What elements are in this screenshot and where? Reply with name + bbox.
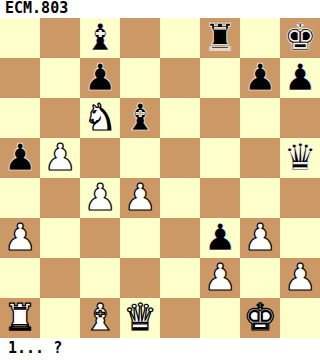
square-e4[interactable]: [160, 178, 200, 218]
square-f8[interactable]: ♜: [200, 18, 240, 58]
square-e1[interactable]: [160, 298, 200, 338]
square-f1[interactable]: [200, 298, 240, 338]
square-c3[interactable]: [80, 218, 120, 258]
square-c5[interactable]: [80, 138, 120, 178]
square-e6[interactable]: [160, 98, 200, 138]
square-g5[interactable]: [240, 138, 280, 178]
square-f5[interactable]: [200, 138, 240, 178]
square-h2[interactable]: ♟: [280, 258, 320, 298]
black-queen-h5: ♛: [283, 138, 316, 178]
square-b7[interactable]: [40, 58, 80, 98]
black-rook-f8: ♜: [203, 18, 236, 58]
square-f6[interactable]: [200, 98, 240, 138]
square-h3[interactable]: [280, 218, 320, 258]
black-pawn-c7: ♟: [83, 58, 116, 98]
square-a6[interactable]: [0, 98, 40, 138]
square-h5[interactable]: ♛: [280, 138, 320, 178]
square-b3[interactable]: [40, 218, 80, 258]
black-king-h8: ♚: [283, 18, 316, 58]
square-a3[interactable]: ♟: [0, 218, 40, 258]
white-queen-d1: ♛: [123, 298, 156, 338]
white-king-g1: ♚: [243, 298, 276, 338]
square-d4[interactable]: ♟: [120, 178, 160, 218]
square-d8[interactable]: [120, 18, 160, 58]
square-f2[interactable]: ♟: [200, 258, 240, 298]
white-knight-c6: ♞: [83, 98, 116, 138]
square-h7[interactable]: ♟: [280, 58, 320, 98]
puzzle-title: ECM.803: [0, 0, 320, 18]
square-d3[interactable]: [120, 218, 160, 258]
square-f4[interactable]: [200, 178, 240, 218]
square-h1[interactable]: [280, 298, 320, 338]
white-rook-a1: ♜: [3, 298, 36, 338]
square-g7[interactable]: ♟: [240, 58, 280, 98]
black-pawn-h7: ♟: [283, 58, 316, 98]
white-pawn-d4: ♟: [123, 178, 156, 218]
square-d6[interactable]: ♝: [120, 98, 160, 138]
square-e2[interactable]: [160, 258, 200, 298]
square-b4[interactable]: [40, 178, 80, 218]
square-a8[interactable]: [0, 18, 40, 58]
white-pawn-h2: ♟: [283, 258, 316, 298]
move-prompt: 1... ?: [0, 338, 320, 360]
black-bishop-c8: ♝: [83, 18, 116, 58]
square-e3[interactable]: [160, 218, 200, 258]
white-bishop-c1: ♝: [83, 298, 116, 338]
square-b2[interactable]: [40, 258, 80, 298]
square-h4[interactable]: [280, 178, 320, 218]
square-a1[interactable]: ♜: [0, 298, 40, 338]
square-c8[interactable]: ♝: [80, 18, 120, 58]
square-d5[interactable]: [120, 138, 160, 178]
square-a2[interactable]: [0, 258, 40, 298]
black-pawn-f3: ♟: [203, 218, 236, 258]
square-g2[interactable]: [240, 258, 280, 298]
chess-board: ♝♜♚♟♟♟♞♝♟♟♛♟♟♟♟♟♟♟♜♝♛♚: [0, 18, 320, 338]
black-pawn-g7: ♟: [243, 58, 276, 98]
square-e8[interactable]: [160, 18, 200, 58]
white-pawn-a3: ♟: [3, 218, 36, 258]
square-g8[interactable]: [240, 18, 280, 58]
square-c4[interactable]: ♟: [80, 178, 120, 218]
square-c1[interactable]: ♝: [80, 298, 120, 338]
square-b8[interactable]: [40, 18, 80, 58]
square-a7[interactable]: [0, 58, 40, 98]
square-g1[interactable]: ♚: [240, 298, 280, 338]
square-e7[interactable]: [160, 58, 200, 98]
white-pawn-c4: ♟: [83, 178, 116, 218]
square-a4[interactable]: [0, 178, 40, 218]
square-g4[interactable]: [240, 178, 280, 218]
square-b1[interactable]: [40, 298, 80, 338]
white-pawn-f2: ♟: [203, 258, 236, 298]
square-a5[interactable]: ♟: [0, 138, 40, 178]
square-c2[interactable]: [80, 258, 120, 298]
square-d1[interactable]: ♛: [120, 298, 160, 338]
square-d7[interactable]: [120, 58, 160, 98]
white-pawn-g3: ♟: [243, 218, 276, 258]
square-c6[interactable]: ♞: [80, 98, 120, 138]
square-e5[interactable]: [160, 138, 200, 178]
square-f3[interactable]: ♟: [200, 218, 240, 258]
square-g6[interactable]: [240, 98, 280, 138]
square-h8[interactable]: ♚: [280, 18, 320, 58]
square-f7[interactable]: [200, 58, 240, 98]
black-bishop-d6: ♝: [123, 98, 156, 138]
square-h6[interactable]: [280, 98, 320, 138]
black-pawn-a5: ♟: [3, 138, 36, 178]
white-pawn-b5: ♟: [43, 138, 76, 178]
square-c7[interactable]: ♟: [80, 58, 120, 98]
square-d2[interactable]: [120, 258, 160, 298]
square-b5[interactable]: ♟: [40, 138, 80, 178]
square-b6[interactable]: [40, 98, 80, 138]
square-g3[interactable]: ♟: [240, 218, 280, 258]
